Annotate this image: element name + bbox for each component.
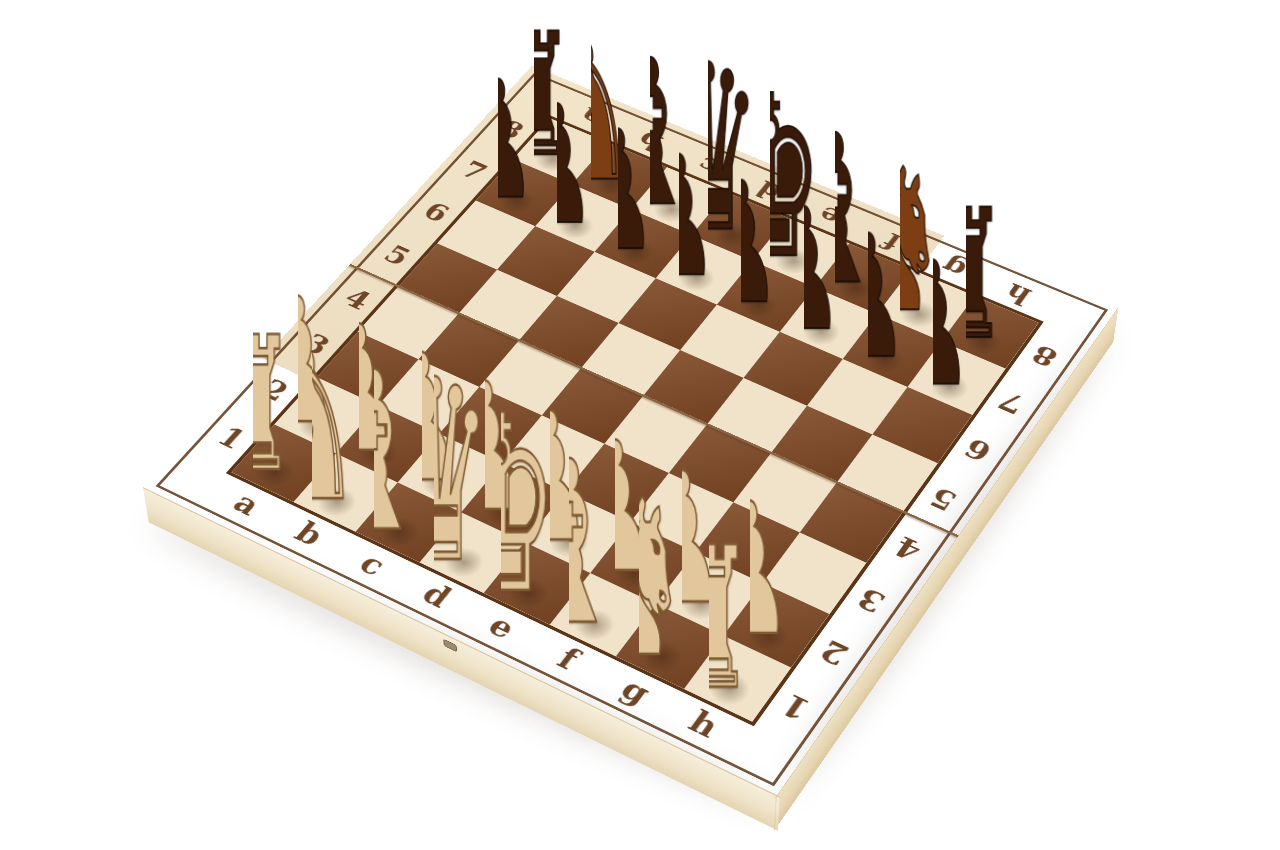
photo-background: abcdefgh abcdefgh 87654321 87654321 ♜♞♝♛… [0,0,1280,850]
board-face: abcdefgh abcdefgh 87654321 87654321 ♜♞♝♛… [144,66,1119,797]
pawn-icon: ♟ [893,239,973,410]
chess-board-box: abcdefgh abcdefgh 87654321 87654321 ♜♞♝♛… [144,66,1119,797]
pieces-layer: ♜♞♝♛♚♝♞♜♟♟♟♟♟♟♟♟♟♟♟♟♟♟♟♟♜♞♝♛♚♝♞♜ [144,66,1119,797]
scene: abcdefgh abcdefgh 87654321 87654321 ♜♞♝♛… [0,0,1280,850]
piece-glyph: ♜ [709,522,884,717]
rook-icon: ♜ [663,522,754,717]
piece-glyph: ♟ [933,239,1086,410]
